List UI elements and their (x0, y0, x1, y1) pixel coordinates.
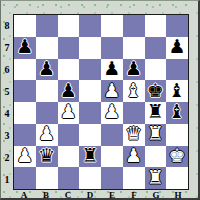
square-b8[interactable] (36, 15, 58, 37)
square-f3[interactable]: ♛ (123, 124, 145, 146)
white-pawn: ♟ (38, 124, 55, 143)
rank-label: 3 (1, 124, 13, 146)
square-b7[interactable] (36, 37, 58, 59)
white-bishop: ♝ (125, 81, 142, 100)
rank-label: 4 (1, 102, 13, 124)
square-h5[interactable]: ♝ (166, 80, 188, 102)
file-label: D (79, 190, 101, 199)
white-pawn: ♟ (60, 102, 77, 121)
square-a7[interactable]: ♟ (14, 37, 36, 59)
square-h7[interactable]: ♟ (166, 37, 188, 59)
chess-board: ♟♟♟♟♟♟♟♝♚♝♟♟♜♝♟♛♜♟♛♜♟♚♜ (13, 14, 189, 190)
black-pawn: ♟ (16, 37, 33, 56)
square-b4[interactable] (36, 102, 58, 124)
square-d1[interactable] (79, 167, 101, 189)
square-b1[interactable] (36, 167, 58, 189)
square-a2[interactable]: ♟ (14, 146, 36, 168)
square-a5[interactable] (14, 80, 36, 102)
black-rook: ♜ (147, 102, 164, 121)
rank-labels: 8 7 6 5 4 3 2 1 (1, 14, 13, 190)
black-bishop: ♝ (169, 102, 186, 121)
square-c8[interactable] (58, 15, 80, 37)
square-b3[interactable]: ♟ (36, 124, 58, 146)
square-g7[interactable] (145, 37, 167, 59)
square-h2[interactable]: ♚ (166, 146, 188, 168)
rank-label: 1 (1, 168, 13, 190)
square-g8[interactable] (145, 15, 167, 37)
square-c4[interactable]: ♟ (58, 102, 80, 124)
square-e7[interactable] (101, 37, 123, 59)
square-e2[interactable] (101, 146, 123, 168)
square-h3[interactable] (166, 124, 188, 146)
square-c2[interactable] (58, 146, 80, 168)
square-g5[interactable]: ♚ (145, 80, 167, 102)
file-label: H (167, 190, 189, 199)
square-c3[interactable] (58, 124, 80, 146)
square-h4[interactable]: ♝ (166, 102, 188, 124)
square-d2[interactable]: ♜ (79, 146, 101, 168)
square-a1[interactable] (14, 167, 36, 189)
square-f7[interactable] (123, 37, 145, 59)
square-g6[interactable] (145, 59, 167, 81)
white-queen: ♛ (125, 124, 142, 143)
file-labels: A B C D E F G H (13, 190, 189, 199)
white-pawn: ♟ (103, 81, 120, 100)
rank-label: 8 (1, 14, 13, 36)
black-pawn: ♟ (103, 59, 120, 78)
rank-label: 7 (1, 36, 13, 58)
black-rook: ♜ (82, 146, 99, 165)
white-rook: ♜ (147, 168, 164, 187)
black-queen: ♛ (38, 146, 55, 165)
black-bishop: ♝ (169, 81, 186, 100)
square-e8[interactable] (101, 15, 123, 37)
rank-label: 2 (1, 146, 13, 168)
square-a6[interactable] (14, 59, 36, 81)
rank-label: 6 (1, 58, 13, 80)
square-d8[interactable] (79, 15, 101, 37)
square-c7[interactable] (58, 37, 80, 59)
square-g2[interactable] (145, 146, 167, 168)
black-pawn: ♟ (38, 59, 55, 78)
black-pawn: ♟ (60, 81, 77, 100)
square-h6[interactable] (166, 59, 188, 81)
square-g1[interactable]: ♜ (145, 167, 167, 189)
black-pawn: ♟ (169, 37, 186, 56)
square-a8[interactable] (14, 15, 36, 37)
square-d7[interactable] (79, 37, 101, 59)
square-a4[interactable] (14, 102, 36, 124)
square-c6[interactable] (58, 59, 80, 81)
square-f2[interactable]: ♟ (123, 146, 145, 168)
square-d6[interactable] (79, 59, 101, 81)
square-e6[interactable]: ♟ (101, 59, 123, 81)
rank-label: 5 (1, 80, 13, 102)
square-e3[interactable] (101, 124, 123, 146)
square-d4[interactable] (79, 102, 101, 124)
black-king: ♚ (147, 81, 164, 100)
square-e5[interactable]: ♟ (101, 80, 123, 102)
square-c1[interactable] (58, 167, 80, 189)
file-label: C (57, 190, 79, 199)
square-f5[interactable]: ♝ (123, 80, 145, 102)
square-f6[interactable]: ♟ (123, 59, 145, 81)
chessboard-frame: 8 7 6 5 4 3 2 1 ♟♟♟♟♟♟♟♝♚♝♟♟♜♝♟♛♜♟♛♜♟♚♜ … (0, 0, 200, 200)
white-pawn: ♟ (103, 102, 120, 121)
square-h8[interactable] (166, 15, 188, 37)
white-rook: ♜ (147, 124, 164, 143)
white-king: ♚ (169, 146, 186, 165)
square-f1[interactable] (123, 167, 145, 189)
square-d3[interactable] (79, 124, 101, 146)
file-label: F (123, 190, 145, 199)
square-b5[interactable] (36, 80, 58, 102)
square-b6[interactable]: ♟ (36, 59, 58, 81)
square-a3[interactable] (14, 124, 36, 146)
file-label: E (101, 190, 123, 199)
square-c5[interactable]: ♟ (58, 80, 80, 102)
file-label: B (35, 190, 57, 199)
white-pawn: ♟ (16, 146, 33, 165)
square-h1[interactable] (166, 167, 188, 189)
file-label: G (145, 190, 167, 199)
square-e4[interactable]: ♟ (101, 102, 123, 124)
square-e1[interactable] (101, 167, 123, 189)
white-pawn: ♟ (125, 146, 142, 165)
square-f8[interactable] (123, 15, 145, 37)
file-label: A (13, 190, 35, 199)
square-g4[interactable]: ♜ (145, 102, 167, 124)
black-pawn: ♟ (125, 59, 142, 78)
square-g3[interactable]: ♜ (145, 124, 167, 146)
square-d5[interactable] (79, 80, 101, 102)
square-f4[interactable] (123, 102, 145, 124)
square-b2[interactable]: ♛ (36, 146, 58, 168)
